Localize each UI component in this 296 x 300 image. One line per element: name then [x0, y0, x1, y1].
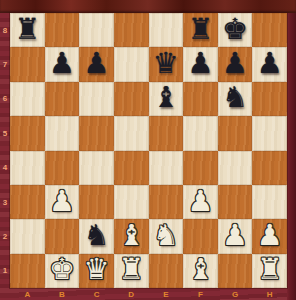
square-e4[interactable]	[149, 151, 184, 185]
square-b7[interactable]: ♟	[45, 47, 80, 81]
square-b8[interactable]	[45, 13, 80, 47]
square-e8[interactable]	[149, 13, 184, 47]
square-b1[interactable]: ♚	[45, 254, 80, 288]
square-a1[interactable]	[10, 254, 45, 288]
square-c5[interactable]	[79, 116, 114, 150]
square-f2[interactable]	[183, 219, 218, 253]
white-pawn[interactable]: ♟	[187, 187, 213, 216]
white-pawn[interactable]: ♟	[222, 221, 248, 250]
white-bishop[interactable]: ♝	[187, 255, 213, 284]
square-c6[interactable]	[79, 82, 114, 116]
square-e5[interactable]	[149, 116, 184, 150]
rank-label-2: 2	[0, 219, 10, 253]
rank-label-4: 4	[0, 151, 10, 185]
square-b2[interactable]	[45, 219, 80, 253]
board-top-frame	[0, 0, 296, 13]
square-e7[interactable]: ♛	[149, 47, 184, 81]
square-g6[interactable]: ♞	[218, 82, 253, 116]
black-king[interactable]: ♚	[222, 15, 248, 44]
square-b4[interactable]	[45, 151, 80, 185]
square-d8[interactable]	[114, 13, 149, 47]
square-a4[interactable]	[10, 151, 45, 185]
black-pawn[interactable]: ♟	[187, 49, 213, 78]
square-c7[interactable]: ♟	[79, 47, 114, 81]
white-bishop[interactable]: ♝	[118, 221, 144, 250]
square-h6[interactable]	[252, 82, 287, 116]
file-label-f: F	[183, 288, 218, 300]
square-c4[interactable]	[79, 151, 114, 185]
square-a7[interactable]	[10, 47, 45, 81]
file-label-b: B	[45, 288, 80, 300]
chess-diagram: ♜♜♚♟♟♛♟♟♟♝♞♟♟♞♝♞♟♟♚♛♜♝♜ 87654321 ABCDEFG…	[0, 0, 296, 300]
square-h1[interactable]: ♜	[252, 254, 287, 288]
white-rook[interactable]: ♜	[118, 255, 144, 284]
square-f4[interactable]	[183, 151, 218, 185]
square-f7[interactable]: ♟	[183, 47, 218, 81]
square-g7[interactable]: ♟	[218, 47, 253, 81]
square-f3[interactable]: ♟	[183, 185, 218, 219]
rank-label-3: 3	[0, 185, 10, 219]
square-g2[interactable]: ♟	[218, 219, 253, 253]
file-label-a: A	[10, 288, 45, 300]
square-c8[interactable]	[79, 13, 114, 47]
square-b6[interactable]	[45, 82, 80, 116]
square-f6[interactable]	[183, 82, 218, 116]
rank-coordinates: 87654321	[0, 13, 10, 288]
rank-label-6: 6	[0, 82, 10, 116]
square-a3[interactable]	[10, 185, 45, 219]
white-king[interactable]: ♚	[49, 255, 75, 284]
square-g3[interactable]	[218, 185, 253, 219]
file-label-e: E	[149, 288, 184, 300]
black-bishop[interactable]: ♝	[153, 83, 179, 112]
square-d1[interactable]: ♜	[114, 254, 149, 288]
file-label-g: G	[218, 288, 253, 300]
square-e6[interactable]: ♝	[149, 82, 184, 116]
square-e1[interactable]	[149, 254, 184, 288]
black-rook[interactable]: ♜	[187, 15, 213, 44]
rank-label-7: 7	[0, 47, 10, 81]
board-right-frame	[287, 13, 296, 300]
square-e3[interactable]	[149, 185, 184, 219]
square-g5[interactable]	[218, 116, 253, 150]
black-pawn[interactable]: ♟	[257, 49, 283, 78]
white-queen[interactable]: ♛	[84, 255, 110, 284]
square-c3[interactable]	[79, 185, 114, 219]
square-d4[interactable]	[114, 151, 149, 185]
rank-label-8: 8	[0, 13, 10, 47]
square-g8[interactable]: ♚	[218, 13, 253, 47]
black-pawn[interactable]: ♟	[84, 49, 110, 78]
square-d2[interactable]: ♝	[114, 219, 149, 253]
square-c2[interactable]: ♞	[79, 219, 114, 253]
square-c1[interactable]: ♛	[79, 254, 114, 288]
square-f8[interactable]: ♜	[183, 13, 218, 47]
square-g1[interactable]	[218, 254, 253, 288]
black-queen[interactable]: ♛	[153, 49, 179, 78]
square-a2[interactable]	[10, 219, 45, 253]
square-g4[interactable]	[218, 151, 253, 185]
square-f5[interactable]	[183, 116, 218, 150]
square-a5[interactable]	[10, 116, 45, 150]
square-h5[interactable]	[252, 116, 287, 150]
square-f1[interactable]: ♝	[183, 254, 218, 288]
file-coordinates: ABCDEFGH	[10, 288, 287, 300]
square-d6[interactable]	[114, 82, 149, 116]
white-pawn[interactable]: ♟	[49, 187, 75, 216]
file-label-c: C	[79, 288, 114, 300]
file-label-h: H	[252, 288, 287, 300]
square-d3[interactable]	[114, 185, 149, 219]
black-knight[interactable]: ♞	[222, 83, 248, 112]
square-h4[interactable]	[252, 151, 287, 185]
square-h7[interactable]: ♟	[252, 47, 287, 81]
square-h8[interactable]	[252, 13, 287, 47]
square-b5[interactable]	[45, 116, 80, 150]
square-a8[interactable]: ♜	[10, 13, 45, 47]
white-pawn[interactable]: ♟	[257, 221, 283, 250]
rank-label-1: 1	[0, 254, 10, 288]
black-rook[interactable]: ♜	[14, 15, 40, 44]
chess-board: ♜♜♚♟♟♛♟♟♟♝♞♟♟♞♝♞♟♟♚♛♜♝♜	[10, 13, 287, 288]
rank-label-5: 5	[0, 116, 10, 150]
square-h2[interactable]: ♟	[252, 219, 287, 253]
white-rook[interactable]: ♜	[257, 255, 283, 284]
square-a6[interactable]	[10, 82, 45, 116]
square-d7[interactable]	[114, 47, 149, 81]
square-b3[interactable]: ♟	[45, 185, 80, 219]
black-pawn[interactable]: ♟	[49, 49, 75, 78]
square-d5[interactable]	[114, 116, 149, 150]
white-knight[interactable]: ♞	[153, 221, 179, 250]
black-pawn[interactable]: ♟	[222, 49, 248, 78]
black-knight[interactable]: ♞	[84, 221, 110, 250]
square-e2[interactable]: ♞	[149, 219, 184, 253]
file-label-d: D	[114, 288, 149, 300]
square-h3[interactable]	[252, 185, 287, 219]
